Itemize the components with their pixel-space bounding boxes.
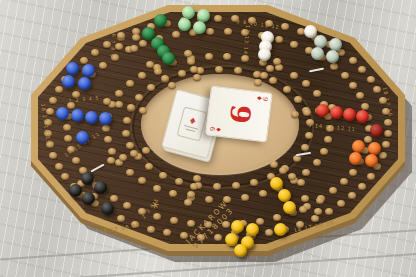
- board-hole: [126, 169, 134, 176]
- board-hole: [291, 111, 299, 118]
- marble-blue[interactable]: [78, 77, 91, 90]
- marble-yellow[interactable]: [246, 223, 259, 236]
- marble-orange[interactable]: [365, 154, 378, 167]
- board-hole: [130, 45, 138, 52]
- board-hole: [290, 72, 298, 79]
- marble-green[interactable]: [162, 52, 175, 65]
- board-hole: [72, 157, 80, 164]
- marble-yellow[interactable]: [278, 189, 291, 202]
- board-hole: [91, 49, 99, 56]
- board-hole: [80, 57, 88, 64]
- marble-mint[interactable]: [182, 6, 195, 19]
- marble-orange[interactable]: [349, 152, 362, 165]
- board-hole: [273, 58, 281, 65]
- marble-seafoam[interactable]: [314, 35, 327, 48]
- board-hole: [154, 68, 162, 75]
- board-hole: [206, 28, 214, 35]
- board-hole: [187, 191, 195, 198]
- board-hole: [159, 172, 167, 179]
- board-photo-scene: 1 2 3 4 518 17 16 1514 13 12 1118 17 16 …: [0, 0, 416, 277]
- marble-black[interactable]: [81, 172, 94, 185]
- board-hole: [313, 159, 321, 166]
- marble-yellow[interactable]: [231, 220, 244, 233]
- marble-blue[interactable]: [76, 131, 89, 144]
- board-hole: [349, 82, 357, 89]
- marble-black[interactable]: [101, 202, 114, 215]
- diamond-suit-icon: ♦: [255, 95, 264, 102]
- board-hole: [147, 84, 155, 91]
- board-hole: [123, 202, 131, 209]
- marble-mint[interactable]: [193, 21, 206, 34]
- board-hole: [184, 199, 192, 206]
- marble-mint[interactable]: [197, 9, 210, 22]
- board-hole: [311, 215, 319, 222]
- board-hole: [367, 76, 375, 83]
- board-hole: [187, 220, 195, 227]
- board-hole: [349, 57, 357, 64]
- deck-emblem-suit-icon: ♦: [188, 116, 198, 126]
- marble-yellow[interactable]: [234, 244, 247, 257]
- marble-yellow[interactable]: [274, 223, 287, 236]
- board-hole: [119, 154, 127, 161]
- marble-white[interactable]: [304, 25, 317, 38]
- board-hole: [63, 124, 71, 131]
- marble-white[interactable]: [258, 48, 271, 61]
- board-hole: [379, 152, 387, 159]
- board-hole: [108, 148, 116, 155]
- board-hole: [102, 125, 110, 132]
- marble-darkred[interactable]: [370, 124, 383, 137]
- board-hole: [305, 132, 313, 139]
- marble-yellow[interactable]: [270, 177, 283, 190]
- board-hole: [224, 28, 232, 35]
- board-hole: [205, 196, 213, 203]
- marble-seafoam[interactable]: [326, 50, 339, 63]
- card-rank-numeral: 9: [224, 103, 257, 125]
- board-hole: [384, 130, 392, 137]
- board-hole: [147, 226, 155, 233]
- marble-blue[interactable]: [82, 64, 95, 77]
- card-corner-index: 9 ♦: [256, 95, 269, 102]
- marble-black[interactable]: [94, 181, 107, 194]
- board-hole: [110, 195, 118, 202]
- board-hole: [283, 86, 291, 93]
- board-hole: [314, 208, 322, 215]
- board-hole: [104, 136, 112, 143]
- board-hole: [117, 215, 125, 222]
- marble-red[interactable]: [343, 108, 356, 121]
- board-hole: [117, 32, 125, 39]
- board-hole: [316, 197, 324, 204]
- board-hole: [313, 90, 321, 97]
- board-hole: [256, 218, 264, 225]
- marble-black[interactable]: [82, 192, 95, 205]
- board-hole: [301, 195, 309, 202]
- marble-seafoam[interactable]: [311, 47, 324, 60]
- board-hole: [170, 217, 178, 224]
- board-hole: [361, 103, 369, 110]
- board-hole: [55, 86, 63, 93]
- board-hole: [273, 214, 281, 221]
- marble-green[interactable]: [154, 14, 167, 27]
- board-hole: [275, 36, 283, 43]
- board-hole: [349, 169, 357, 176]
- marble-red[interactable]: [356, 110, 369, 123]
- board-hole: [214, 15, 222, 22]
- board-hole: [205, 53, 213, 60]
- marble-orange[interactable]: [352, 140, 365, 153]
- marble-blue[interactable]: [56, 107, 69, 120]
- board-hole: [299, 206, 307, 213]
- board-hole: [126, 142, 134, 149]
- marble-seafoam[interactable]: [329, 38, 342, 51]
- board-hole: [250, 179, 258, 186]
- board-hole: [358, 183, 366, 190]
- board-hole: [64, 135, 72, 142]
- board-hole: [55, 163, 63, 170]
- board-hole: [184, 50, 192, 57]
- marble-black[interactable]: [69, 184, 82, 197]
- marble-yellow[interactable]: [225, 233, 238, 246]
- diamond-suit-icon: ♦: [215, 126, 224, 133]
- marble-blue[interactable]: [66, 62, 79, 75]
- board-hole: [132, 34, 140, 41]
- board-hole: [341, 72, 349, 79]
- face-up-card-9[interactable]: 9 ♦ 9 ♦ 9: [205, 85, 273, 142]
- deck-emblem: ♦: [177, 106, 208, 141]
- marble-red[interactable]: [316, 104, 329, 117]
- board-hole: [126, 80, 134, 87]
- board-hole: [303, 109, 311, 116]
- board-hole: [215, 66, 223, 73]
- marble-mint[interactable]: [178, 18, 191, 31]
- board-hole: [325, 208, 333, 215]
- marble-yellow[interactable]: [283, 201, 296, 214]
- marble-blue[interactable]: [62, 75, 75, 88]
- board-hole: [190, 183, 198, 190]
- board-hole: [223, 53, 231, 60]
- board-hole: [142, 147, 150, 154]
- board-hole: [187, 58, 195, 65]
- marble-orange[interactable]: [368, 142, 381, 155]
- board-hole: [99, 62, 107, 69]
- board-hole: [320, 148, 328, 155]
- board-hole: [367, 173, 375, 180]
- board-hole: [138, 72, 146, 79]
- board-hole: [330, 63, 338, 70]
- marble-blue[interactable]: [85, 111, 98, 124]
- marble-blue[interactable]: [71, 109, 84, 122]
- board-hole: [301, 144, 309, 151]
- marble-red[interactable]: [330, 106, 343, 119]
- board-hole: [153, 185, 161, 192]
- board-hole: [384, 119, 392, 126]
- board-hole: [340, 178, 348, 185]
- marble-blue[interactable]: [99, 112, 112, 125]
- card-corner-index: 9 ♦: [210, 126, 223, 133]
